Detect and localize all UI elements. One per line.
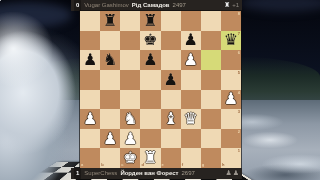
square-f3[interactable]: ♛ bbox=[181, 109, 201, 129]
bottom-player-name: Йорден ван Форест bbox=[120, 168, 178, 179]
square-e5[interactable]: ♟ bbox=[161, 70, 181, 90]
square-f4[interactable] bbox=[181, 90, 201, 110]
rank-label-1: 1 bbox=[238, 149, 240, 153]
bottom-captured-tray: ♟♟ bbox=[225, 170, 239, 177]
white-queen-f3[interactable]: ♛ bbox=[181, 109, 201, 129]
square-b1[interactable]: b bbox=[100, 148, 120, 168]
square-f2[interactable] bbox=[181, 129, 201, 149]
square-d4[interactable] bbox=[140, 90, 160, 110]
square-c4[interactable] bbox=[120, 90, 140, 110]
square-c6[interactable] bbox=[120, 50, 140, 70]
black-pawn-e5[interactable]: ♟ bbox=[161, 70, 181, 90]
square-c2[interactable]: ♟ bbox=[120, 129, 140, 149]
rank-label-2: 2 bbox=[238, 130, 240, 134]
file-label-d: d bbox=[141, 163, 143, 167]
black-pawn-f7[interactable]: ♟ bbox=[181, 31, 201, 51]
top-player-score: 0 bbox=[74, 0, 81, 11]
square-h5[interactable]: 5 bbox=[221, 70, 241, 90]
square-h8[interactable]: 8 bbox=[221, 11, 241, 31]
thumbnail-scene: 0 Vugar Gashimov Рід Самадов 2497 ♜+1 ♜♜… bbox=[0, 0, 320, 180]
black-pawn-icon: ♟ bbox=[225, 170, 231, 177]
black-pawn-icon: ♟ bbox=[233, 170, 239, 177]
square-c3[interactable]: ♞ bbox=[120, 109, 140, 129]
rank-label-4: 4 bbox=[238, 91, 240, 95]
square-a1[interactable]: a bbox=[80, 148, 100, 168]
square-c5[interactable] bbox=[120, 70, 140, 90]
bottom-player-score: 1 bbox=[74, 168, 81, 179]
square-d7[interactable]: ♚ bbox=[140, 31, 160, 51]
file-label-b: b bbox=[101, 163, 103, 167]
white-knight-c3[interactable]: ♞ bbox=[120, 109, 140, 129]
rank-label-5: 5 bbox=[238, 71, 240, 75]
square-a7[interactable] bbox=[80, 31, 100, 51]
square-g1[interactable]: g bbox=[201, 148, 221, 168]
board[interactable]: ♜♜8♚♟♛7♟♞♟♟6♟5♟4♟♞♝♛3♟♟2ab♚c♜defg1h bbox=[80, 11, 241, 168]
square-a6[interactable]: ♟ bbox=[80, 50, 100, 70]
square-f5[interactable] bbox=[181, 70, 201, 90]
top-player-username: Vugar Gashimov bbox=[84, 0, 128, 11]
square-f1[interactable]: f bbox=[181, 148, 201, 168]
cloud bbox=[240, 0, 320, 12]
white-pawn-b2[interactable]: ♟ bbox=[100, 129, 120, 149]
black-pawn-a6[interactable]: ♟ bbox=[80, 50, 100, 70]
square-e1[interactable]: e bbox=[161, 148, 181, 168]
square-d2[interactable] bbox=[140, 129, 160, 149]
square-h3[interactable]: 3 bbox=[221, 109, 241, 129]
square-h1[interactable]: 1h bbox=[221, 148, 241, 168]
rank-label-6: 6 bbox=[238, 51, 240, 55]
top-player-name: Рід Самадов bbox=[132, 0, 170, 11]
square-c1[interactable]: ♚c bbox=[120, 148, 140, 168]
file-label-e: e bbox=[162, 163, 164, 167]
black-king-d7[interactable]: ♚ bbox=[140, 31, 160, 51]
square-g7[interactable] bbox=[201, 31, 221, 51]
file-label-c: c bbox=[121, 163, 123, 167]
rank-label-8: 8 bbox=[238, 12, 240, 16]
square-h7[interactable]: ♛7 bbox=[221, 31, 241, 51]
top-player-rating: 2497 bbox=[173, 0, 186, 11]
white-rook-icon: ♜ bbox=[224, 2, 230, 9]
square-g2[interactable] bbox=[201, 129, 221, 149]
rank-label-7: 7 bbox=[238, 32, 240, 36]
bottom-player-rating: 2697 bbox=[182, 168, 195, 179]
white-pawn-f6[interactable]: ♟ bbox=[181, 50, 201, 70]
black-rook-b8[interactable]: ♜ bbox=[100, 11, 120, 31]
square-g6[interactable] bbox=[201, 50, 221, 70]
top-captured-tray: ♜+1 bbox=[224, 0, 239, 11]
square-a5[interactable] bbox=[80, 70, 100, 90]
square-h2[interactable]: 2 bbox=[221, 129, 241, 149]
square-d6[interactable]: ♟ bbox=[140, 50, 160, 70]
bottom-player-bar: 1 SuperChess Йорден ван Форест 2697 ♟♟ bbox=[71, 168, 242, 179]
white-pawn-c2[interactable]: ♟ bbox=[120, 129, 140, 149]
square-a3[interactable]: ♟ bbox=[80, 109, 100, 129]
file-label-f: f bbox=[182, 163, 183, 167]
top-player-bar: 0 Vugar Gashimov Рід Самадов 2497 ♜+1 bbox=[71, 0, 242, 11]
material-advantage: +1 bbox=[232, 0, 239, 11]
square-e8[interactable] bbox=[161, 11, 181, 31]
file-label-g: g bbox=[202, 163, 204, 167]
square-c8[interactable] bbox=[120, 11, 140, 31]
white-bishop-e3[interactable]: ♝ bbox=[161, 109, 181, 129]
black-knight-b6[interactable]: ♞ bbox=[100, 50, 120, 70]
rank-label-3: 3 bbox=[238, 110, 240, 114]
black-rook-d8[interactable]: ♜ bbox=[140, 11, 160, 31]
square-f8[interactable] bbox=[181, 11, 201, 31]
square-g8[interactable] bbox=[201, 11, 221, 31]
square-e7[interactable] bbox=[161, 31, 181, 51]
square-f6[interactable]: ♟ bbox=[181, 50, 201, 70]
square-e2[interactable] bbox=[161, 129, 181, 149]
black-pawn-d6[interactable]: ♟ bbox=[140, 50, 160, 70]
square-b2[interactable]: ♟ bbox=[100, 129, 120, 149]
chess-ui: 0 Vugar Gashimov Рід Самадов 2497 ♜+1 ♜♜… bbox=[71, 0, 242, 180]
square-d1[interactable]: ♜d bbox=[140, 148, 160, 168]
square-b6[interactable]: ♞ bbox=[100, 50, 120, 70]
square-b8[interactable]: ♜ bbox=[100, 11, 120, 31]
bottom-player-username: SuperChess bbox=[84, 168, 117, 179]
white-pawn-a3[interactable]: ♟ bbox=[80, 109, 100, 129]
square-e6[interactable] bbox=[161, 50, 181, 70]
square-b3[interactable] bbox=[100, 109, 120, 129]
square-h6[interactable]: 6 bbox=[221, 50, 241, 70]
starry-sky bbox=[0, 0, 1, 1]
square-g3[interactable] bbox=[201, 109, 221, 129]
square-a8[interactable] bbox=[80, 11, 100, 31]
square-f7[interactable]: ♟ bbox=[181, 31, 201, 51]
square-a4[interactable] bbox=[80, 90, 100, 110]
square-b5[interactable] bbox=[100, 70, 120, 90]
square-g4[interactable] bbox=[201, 90, 221, 110]
square-e4[interactable] bbox=[161, 90, 181, 110]
square-a2[interactable] bbox=[80, 129, 100, 149]
square-d5[interactable] bbox=[140, 70, 160, 90]
file-label-a: a bbox=[81, 163, 83, 167]
square-c7[interactable] bbox=[120, 31, 140, 51]
square-b4[interactable] bbox=[100, 90, 120, 110]
square-d3[interactable] bbox=[140, 109, 160, 129]
square-e3[interactable]: ♝ bbox=[161, 109, 181, 129]
file-label-h: h bbox=[222, 163, 224, 167]
square-b7[interactable] bbox=[100, 31, 120, 51]
square-d8[interactable]: ♜ bbox=[140, 11, 160, 31]
square-g5[interactable] bbox=[201, 70, 221, 90]
square-h4[interactable]: ♟4 bbox=[221, 90, 241, 110]
